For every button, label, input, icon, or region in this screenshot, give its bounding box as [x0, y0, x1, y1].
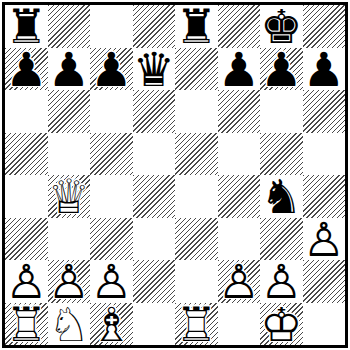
black-pawn-piece: ♟♟ — [5, 48, 48, 91]
square-a5[interactable] — [5, 133, 48, 176]
square-f5[interactable] — [218, 133, 261, 176]
white-king-icon: ♔ — [260, 300, 302, 347]
black-pawn-piece: ♟♟ — [90, 48, 133, 91]
square-g1[interactable]: ♚♔ — [260, 303, 303, 346]
white-bishop-icon: ♗ — [90, 300, 132, 347]
square-d3[interactable] — [133, 218, 176, 261]
black-pawn-piece: ♟♟ — [48, 48, 91, 91]
square-c5[interactable] — [90, 133, 133, 176]
square-d2[interactable] — [133, 260, 176, 303]
square-h5[interactable] — [303, 133, 346, 176]
black-pawn-icon: ♟ — [90, 45, 132, 92]
square-g6[interactable] — [260, 90, 303, 133]
white-pawn-icon: ♙ — [303, 215, 345, 262]
black-knight-icon: ♞ — [260, 173, 302, 220]
square-c7[interactable]: ♟♟ — [90, 48, 133, 91]
square-h1[interactable] — [303, 303, 346, 346]
square-e8[interactable]: ♜♜ — [175, 5, 218, 48]
white-pawn-piece: ♟♙ — [218, 260, 261, 303]
square-d1[interactable] — [133, 303, 176, 346]
white-rook-icon: ♖ — [175, 300, 217, 347]
square-e3[interactable] — [175, 218, 218, 261]
square-e5[interactable] — [175, 133, 218, 176]
black-queen-piece: ♛♛ — [133, 48, 176, 91]
white-queen-piece: ♛♕ — [48, 175, 91, 218]
black-knight-piece: ♞♞ — [260, 175, 303, 218]
square-c6[interactable] — [90, 90, 133, 133]
square-b7[interactable]: ♟♟ — [48, 48, 91, 91]
square-h6[interactable] — [303, 90, 346, 133]
black-rook-icon: ♜ — [175, 3, 217, 50]
square-e4[interactable] — [175, 175, 218, 218]
square-d7[interactable]: ♛♛ — [133, 48, 176, 91]
square-f4[interactable] — [218, 175, 261, 218]
white-rook-piece: ♜♖ — [5, 303, 48, 346]
white-bishop-piece: ♝♗ — [90, 303, 133, 346]
square-d4[interactable] — [133, 175, 176, 218]
white-knight-piece: ♞♘ — [48, 303, 91, 346]
square-g7[interactable]: ♟♟ — [260, 48, 303, 91]
black-pawn-icon: ♟ — [260, 45, 302, 92]
black-pawn-icon: ♟ — [48, 45, 90, 92]
white-pawn-icon: ♙ — [218, 258, 260, 305]
square-c1[interactable]: ♝♗ — [90, 303, 133, 346]
square-a1[interactable]: ♜♖ — [5, 303, 48, 346]
square-h3[interactable]: ♟♙ — [303, 218, 346, 261]
square-f6[interactable] — [218, 90, 261, 133]
square-f7[interactable]: ♟♟ — [218, 48, 261, 91]
black-queen-icon: ♛ — [133, 45, 175, 92]
chess-board: ♜♜♜♜♚♚♟♟♟♟♟♟♛♛♟♟♟♟♟♟♛♕♞♞♟♙♟♙♟♙♟♙♟♙♟♙♜♖♞♘… — [5, 5, 345, 345]
square-b4[interactable]: ♛♕ — [48, 175, 91, 218]
square-a6[interactable] — [5, 90, 48, 133]
square-e1[interactable]: ♜♖ — [175, 303, 218, 346]
white-rook-icon: ♖ — [5, 300, 47, 347]
white-knight-icon: ♘ — [48, 300, 90, 347]
square-c4[interactable] — [90, 175, 133, 218]
square-b6[interactable] — [48, 90, 91, 133]
square-h2[interactable] — [303, 260, 346, 303]
square-d6[interactable] — [133, 90, 176, 133]
white-king-piece: ♚♔ — [260, 303, 303, 346]
square-f2[interactable]: ♟♙ — [218, 260, 261, 303]
square-e6[interactable] — [175, 90, 218, 133]
square-h7[interactable]: ♟♟ — [303, 48, 346, 91]
white-queen-icon: ♕ — [48, 173, 90, 220]
white-pawn-piece: ♟♙ — [303, 218, 346, 261]
black-rook-piece: ♜♜ — [175, 5, 218, 48]
white-rook-piece: ♜♖ — [175, 303, 218, 346]
chessboard-frame: ♜♜♜♜♚♚♟♟♟♟♟♟♛♛♟♟♟♟♟♟♛♕♞♞♟♙♟♙♟♙♟♙♟♙♟♙♜♖♞♘… — [2, 2, 348, 348]
black-pawn-piece: ♟♟ — [260, 48, 303, 91]
black-pawn-icon: ♟ — [5, 45, 47, 92]
black-pawn-icon: ♟ — [303, 45, 345, 92]
black-pawn-icon: ♟ — [218, 45, 260, 92]
black-pawn-piece: ♟♟ — [303, 48, 346, 91]
square-g4[interactable]: ♞♞ — [260, 175, 303, 218]
square-b1[interactable]: ♞♘ — [48, 303, 91, 346]
black-pawn-piece: ♟♟ — [218, 48, 261, 91]
square-f1[interactable] — [218, 303, 261, 346]
square-a4[interactable] — [5, 175, 48, 218]
square-a7[interactable]: ♟♟ — [5, 48, 48, 91]
square-e7[interactable] — [175, 48, 218, 91]
square-d5[interactable] — [133, 133, 176, 176]
